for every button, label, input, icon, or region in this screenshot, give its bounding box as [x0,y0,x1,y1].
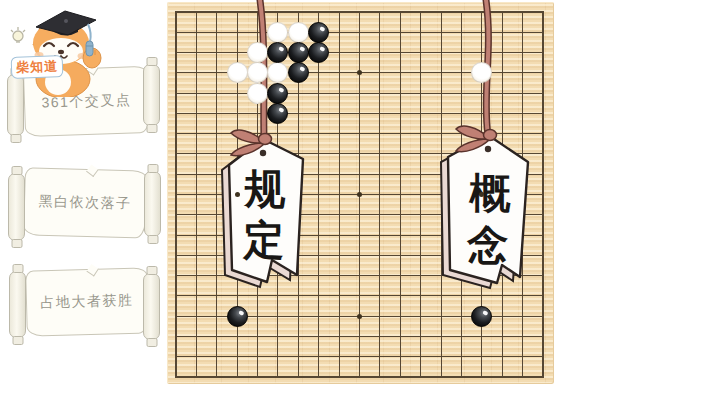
lightbulb-icon [11,27,25,42]
scroll-text-2: 黑白依次落子 [38,193,131,213]
grid-line-h [175,336,544,337]
graduation-cap-icon [36,11,96,56]
stone-white [267,62,288,83]
scroll-roller-right [143,273,160,340]
stone-white [267,22,288,43]
brand-badge: 柴知道 [11,55,64,79]
star-point [235,192,240,197]
stone-black [471,306,492,327]
grid-line-v [400,11,401,378]
stone-black [267,83,288,104]
grid-line-h [175,376,544,378]
star-point [357,192,362,197]
stone-white [471,62,492,83]
scroll-banner-3: 占地大者获胜 [6,262,166,348]
stone-white [227,62,248,83]
grid-line-h [175,275,544,276]
scroll-roller-right [143,64,160,126]
grid-line-v [542,11,544,378]
star-point [357,314,362,319]
grid-line-h [175,255,544,256]
grid-line-v [420,11,421,378]
grid-line-h [175,356,544,357]
stone-black [308,22,329,43]
board-grid [175,11,544,378]
scroll-text-1: 361个交叉点 [41,91,131,112]
stone-white [247,83,268,104]
stone-white [247,62,268,83]
scroll-parchment: 黑白依次落子 [23,167,147,238]
stone-black [288,62,309,83]
go-tutorial-scene: 361个交叉点 黑白依次落子 占地大者获胜 柴知道 [0,0,720,404]
grid-line-v [441,11,442,378]
grid-line-v [522,11,523,378]
scroll-banner-2: 黑白依次落子 [6,163,166,251]
star-point [479,192,484,197]
grid-line-v [379,11,380,378]
scroll-roller-right [144,171,161,237]
grid-line-h [175,295,544,296]
shiba-ear [33,25,51,45]
grid-line-v [461,11,462,378]
grid-line-v [502,11,503,378]
scroll-roller-left [7,74,24,136]
scroll-parchment: 占地大者获胜 [25,267,149,336]
stone-black [227,306,248,327]
star-point [357,70,362,75]
stone-white [288,22,309,43]
scroll-roller-left [9,271,26,338]
grid-line-h [175,214,544,215]
stone-white [247,42,268,63]
stone-black [267,103,288,124]
grid-line-h [175,235,544,236]
scroll-text-3: 占地大者获胜 [40,292,133,312]
stone-black [288,42,309,63]
go-board [167,2,554,384]
scroll-roller-left [8,173,25,241]
stone-black [308,42,329,63]
stone-black [267,42,288,63]
